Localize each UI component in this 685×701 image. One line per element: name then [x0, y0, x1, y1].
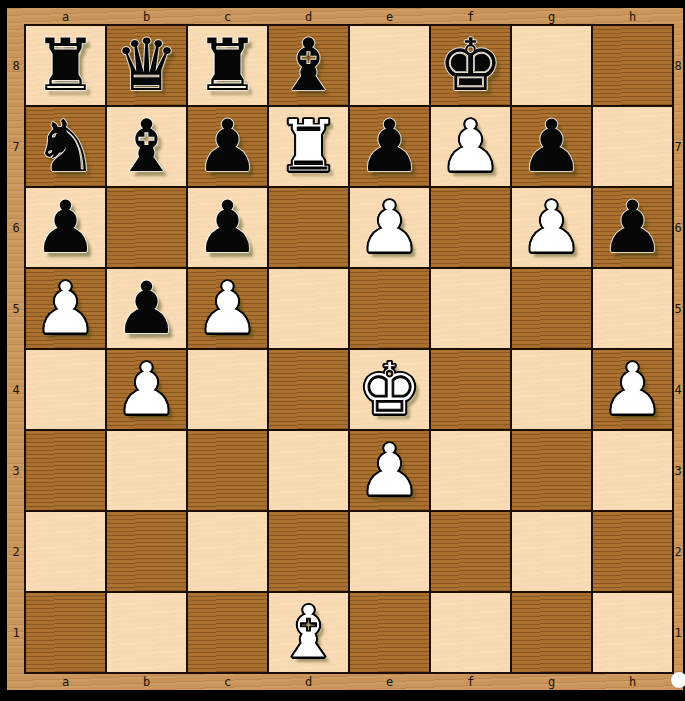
rank-label-7: 7 [7, 106, 25, 187]
board-frame: abcdefgh abcdefgh 87654321 87654321 ♜♛♜♝… [7, 8, 683, 690]
square-a6[interactable]: ♟ [25, 187, 106, 268]
file-label-h: h [592, 8, 673, 25]
black-pawn[interactable]: ♟ [33, 187, 98, 268]
rank-label-2: 2 [673, 511, 683, 592]
square-h1[interactable] [592, 592, 673, 673]
white-pawn[interactable]: ♟ [33, 268, 98, 349]
square-e7[interactable]: ♟ [349, 106, 430, 187]
rank-label-4: 4 [7, 349, 25, 430]
square-f2[interactable] [430, 511, 511, 592]
chess-board: ♜♛♜♝♚♞♝♟♜♟♟♟♟♟♟♟♟♟♟♟♟♚♟♟♝ [25, 25, 673, 673]
file-label-b: b [106, 673, 187, 690]
rank-label-3: 3 [7, 430, 25, 511]
square-h7[interactable] [592, 106, 673, 187]
black-bishop[interactable]: ♝ [276, 25, 341, 106]
square-h2[interactable] [592, 511, 673, 592]
white-pawn[interactable]: ♟ [195, 268, 260, 349]
black-pawn[interactable]: ♟ [114, 268, 179, 349]
rank-label-3: 3 [673, 430, 683, 511]
rank-label-5: 5 [7, 268, 25, 349]
black-knight[interactable]: ♞ [33, 106, 98, 187]
white-pawn[interactable]: ♟ [357, 430, 422, 511]
square-h3[interactable] [592, 430, 673, 511]
chess-gui-window: abcdefgh abcdefgh 87654321 87654321 ♜♛♜♝… [0, 0, 685, 701]
square-h8[interactable] [592, 25, 673, 106]
black-rook[interactable]: ♜ [33, 25, 98, 106]
rank-label-6: 6 [7, 187, 25, 268]
square-c4[interactable] [187, 349, 268, 430]
white-bishop[interactable]: ♝ [276, 592, 341, 673]
square-d4[interactable] [268, 349, 349, 430]
square-a2[interactable] [25, 511, 106, 592]
black-rook[interactable]: ♜ [195, 25, 260, 106]
black-pawn[interactable]: ♟ [600, 187, 665, 268]
square-f5[interactable] [430, 268, 511, 349]
square-g4[interactable] [511, 349, 592, 430]
rank-label-5: 5 [673, 268, 683, 349]
file-label-d: d [268, 673, 349, 690]
square-c2[interactable] [187, 511, 268, 592]
file-label-g: g [511, 8, 592, 25]
black-pawn[interactable]: ♟ [519, 106, 584, 187]
square-e3[interactable]: ♟ [349, 430, 430, 511]
square-d1[interactable]: ♝ [268, 592, 349, 673]
rank-label-7: 7 [673, 106, 683, 187]
black-pawn[interactable]: ♟ [357, 106, 422, 187]
square-g1[interactable] [511, 592, 592, 673]
square-c7[interactable]: ♟ [187, 106, 268, 187]
file-label-f: f [430, 673, 511, 690]
side-to-move-indicator [671, 672, 685, 688]
square-d5[interactable] [268, 268, 349, 349]
file-labels-bottom: abcdefgh [25, 673, 673, 690]
square-g8[interactable] [511, 25, 592, 106]
square-d7[interactable]: ♜ [268, 106, 349, 187]
square-d8[interactable]: ♝ [268, 25, 349, 106]
square-a7[interactable]: ♞ [25, 106, 106, 187]
square-c6[interactable]: ♟ [187, 187, 268, 268]
square-f8[interactable]: ♚ [430, 25, 511, 106]
square-e6[interactable]: ♟ [349, 187, 430, 268]
square-b4[interactable]: ♟ [106, 349, 187, 430]
white-pawn[interactable]: ♟ [114, 349, 179, 430]
rank-labels-left: 87654321 [7, 25, 25, 673]
square-b6[interactable] [106, 187, 187, 268]
square-g3[interactable] [511, 430, 592, 511]
white-rook[interactable]: ♜ [276, 106, 341, 187]
square-e2[interactable] [349, 511, 430, 592]
square-a1[interactable] [25, 592, 106, 673]
rank-label-6: 6 [673, 187, 683, 268]
square-d3[interactable] [268, 430, 349, 511]
square-f6[interactable] [430, 187, 511, 268]
square-e1[interactable] [349, 592, 430, 673]
square-f7[interactable]: ♟ [430, 106, 511, 187]
square-g2[interactable] [511, 511, 592, 592]
square-d2[interactable] [268, 511, 349, 592]
square-c5[interactable]: ♟ [187, 268, 268, 349]
white-pawn[interactable]: ♟ [519, 187, 584, 268]
square-b8[interactable]: ♛ [106, 25, 187, 106]
black-pawn[interactable]: ♟ [195, 106, 260, 187]
square-f4[interactable] [430, 349, 511, 430]
square-f3[interactable] [430, 430, 511, 511]
square-b7[interactable]: ♝ [106, 106, 187, 187]
square-b2[interactable] [106, 511, 187, 592]
white-pawn[interactable]: ♟ [600, 349, 665, 430]
black-king[interactable]: ♚ [438, 25, 503, 106]
file-label-g: g [511, 673, 592, 690]
square-g7[interactable]: ♟ [511, 106, 592, 187]
file-label-e: e [349, 8, 430, 25]
black-pawn[interactable]: ♟ [195, 187, 260, 268]
square-b1[interactable] [106, 592, 187, 673]
rank-label-4: 4 [673, 349, 683, 430]
square-h5[interactable] [592, 268, 673, 349]
file-label-h: h [592, 673, 673, 690]
rank-label-1: 1 [7, 592, 25, 673]
square-e4[interactable]: ♚ [349, 349, 430, 430]
file-label-e: e [349, 673, 430, 690]
rank-label-8: 8 [7, 25, 25, 106]
square-c3[interactable] [187, 430, 268, 511]
square-e5[interactable] [349, 268, 430, 349]
square-h4[interactable]: ♟ [592, 349, 673, 430]
white-pawn[interactable]: ♟ [438, 106, 503, 187]
square-d6[interactable] [268, 187, 349, 268]
black-queen[interactable]: ♛ [114, 25, 179, 106]
square-a5[interactable]: ♟ [25, 268, 106, 349]
square-a4[interactable] [25, 349, 106, 430]
file-label-a: a [25, 673, 106, 690]
white-king[interactable]: ♚ [357, 349, 422, 430]
square-f1[interactable] [430, 592, 511, 673]
square-a8[interactable]: ♜ [25, 25, 106, 106]
rank-label-2: 2 [7, 511, 25, 592]
white-pawn[interactable]: ♟ [357, 187, 422, 268]
square-h6[interactable]: ♟ [592, 187, 673, 268]
black-bishop[interactable]: ♝ [114, 106, 179, 187]
square-a3[interactable] [25, 430, 106, 511]
file-label-c: c [187, 673, 268, 690]
square-e8[interactable] [349, 25, 430, 106]
square-g5[interactable] [511, 268, 592, 349]
square-c8[interactable]: ♜ [187, 25, 268, 106]
square-b5[interactable]: ♟ [106, 268, 187, 349]
square-b3[interactable] [106, 430, 187, 511]
square-c1[interactable] [187, 592, 268, 673]
rank-label-1: 1 [673, 592, 683, 673]
rank-label-8: 8 [673, 25, 683, 106]
square-g6[interactable]: ♟ [511, 187, 592, 268]
rank-labels-right: 87654321 [673, 25, 683, 673]
